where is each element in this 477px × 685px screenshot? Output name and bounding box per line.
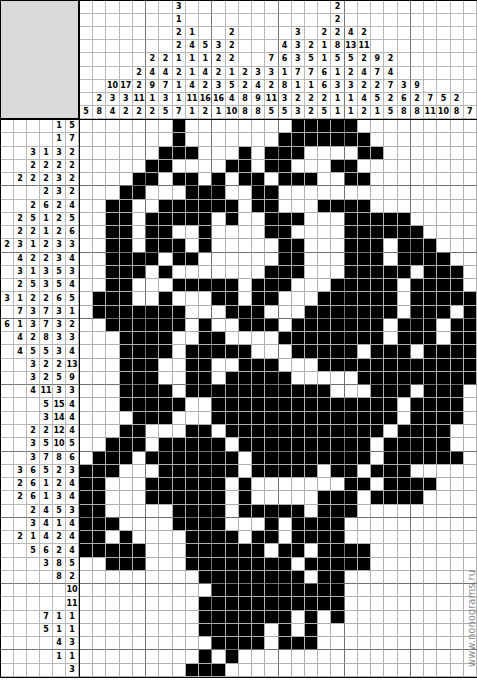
filled-cell[interactable]	[424, 253, 437, 266]
empty-cell[interactable]	[411, 518, 424, 531]
filled-cell[interactable]	[212, 624, 225, 637]
filled-cell[interactable]	[212, 465, 225, 478]
filled-cell[interactable]	[318, 133, 331, 146]
filled-cell[interactable]	[318, 597, 331, 610]
filled-cell[interactable]	[318, 345, 331, 358]
filled-cell[interactable]	[279, 624, 292, 637]
filled-cell[interactable]	[199, 239, 212, 252]
filled-cell[interactable]	[159, 213, 172, 226]
empty-cell[interactable]	[451, 478, 464, 491]
filled-cell[interactable]	[292, 584, 305, 597]
filled-cell[interactable]	[239, 558, 252, 571]
empty-cell[interactable]	[384, 160, 397, 173]
filled-cell[interactable]	[331, 491, 344, 504]
filled-cell[interactable]	[331, 597, 344, 610]
empty-cell[interactable]	[239, 133, 252, 146]
empty-cell[interactable]	[318, 266, 331, 279]
filled-cell[interactable]	[292, 412, 305, 425]
empty-cell[interactable]	[424, 160, 437, 173]
filled-cell[interactable]	[345, 160, 358, 173]
filled-cell[interactable]	[345, 279, 358, 292]
filled-cell[interactable]	[252, 425, 265, 438]
empty-cell[interactable]	[93, 226, 106, 239]
empty-cell[interactable]	[93, 147, 106, 160]
filled-cell[interactable]	[186, 372, 199, 385]
empty-cell[interactable]	[106, 120, 119, 133]
empty-cell[interactable]	[80, 173, 93, 186]
filled-cell[interactable]	[424, 266, 437, 279]
filled-cell[interactable]	[345, 452, 358, 465]
filled-cell[interactable]	[265, 558, 278, 571]
empty-cell[interactable]	[106, 664, 119, 677]
filled-cell[interactable]	[106, 319, 119, 332]
filled-cell[interactable]	[199, 226, 212, 239]
filled-cell[interactable]	[146, 359, 159, 372]
filled-cell[interactable]	[120, 398, 133, 411]
filled-cell[interactable]	[173, 306, 186, 319]
empty-cell[interactable]	[133, 133, 146, 146]
filled-cell[interactable]	[318, 518, 331, 531]
filled-cell[interactable]	[252, 398, 265, 411]
empty-cell[interactable]	[437, 120, 450, 133]
empty-cell[interactable]	[212, 372, 225, 385]
filled-cell[interactable]	[358, 319, 371, 332]
filled-cell[interactable]	[173, 173, 186, 186]
filled-cell[interactable]	[265, 186, 278, 199]
empty-cell[interactable]	[106, 425, 119, 438]
empty-cell[interactable]	[159, 531, 172, 544]
filled-cell[interactable]	[265, 292, 278, 305]
empty-cell[interactable]	[292, 372, 305, 385]
filled-cell[interactable]	[199, 372, 212, 385]
filled-cell[interactable]	[279, 584, 292, 597]
empty-cell[interactable]	[239, 239, 252, 252]
empty-cell[interactable]	[305, 372, 318, 385]
empty-cell[interactable]	[226, 186, 239, 199]
empty-cell[interactable]	[398, 200, 411, 213]
empty-cell[interactable]	[146, 518, 159, 531]
empty-cell[interactable]	[358, 584, 371, 597]
filled-cell[interactable]	[371, 425, 384, 438]
empty-cell[interactable]	[451, 544, 464, 557]
empty-cell[interactable]	[292, 292, 305, 305]
filled-cell[interactable]	[451, 319, 464, 332]
filled-cell[interactable]	[464, 372, 477, 385]
empty-cell[interactable]	[159, 505, 172, 518]
empty-cell[interactable]	[292, 624, 305, 637]
empty-cell[interactable]	[252, 491, 265, 504]
filled-cell[interactable]	[411, 438, 424, 451]
filled-cell[interactable]	[398, 465, 411, 478]
empty-cell[interactable]	[398, 531, 411, 544]
empty-cell[interactable]	[398, 518, 411, 531]
empty-cell[interactable]	[239, 332, 252, 345]
empty-cell[interactable]	[133, 239, 146, 252]
empty-cell[interactable]	[279, 306, 292, 319]
empty-cell[interactable]	[398, 664, 411, 677]
filled-cell[interactable]	[292, 120, 305, 133]
empty-cell[interactable]	[371, 558, 384, 571]
filled-cell[interactable]	[451, 452, 464, 465]
filled-cell[interactable]	[159, 345, 172, 358]
empty-cell[interactable]	[305, 266, 318, 279]
empty-cell[interactable]	[80, 571, 93, 584]
empty-cell[interactable]	[106, 637, 119, 650]
filled-cell[interactable]	[265, 452, 278, 465]
empty-cell[interactable]	[186, 571, 199, 584]
filled-cell[interactable]	[199, 478, 212, 491]
empty-cell[interactable]	[133, 147, 146, 160]
empty-cell[interactable]	[331, 239, 344, 252]
filled-cell[interactable]	[252, 319, 265, 332]
filled-cell[interactable]	[331, 398, 344, 411]
empty-cell[interactable]	[239, 531, 252, 544]
filled-cell[interactable]	[146, 253, 159, 266]
empty-cell[interactable]	[93, 133, 106, 146]
empty-cell[interactable]	[292, 650, 305, 663]
empty-cell[interactable]	[133, 452, 146, 465]
empty-cell[interactable]	[331, 372, 344, 385]
empty-cell[interactable]	[252, 147, 265, 160]
empty-cell[interactable]	[106, 531, 119, 544]
filled-cell[interactable]	[265, 597, 278, 610]
empty-cell[interactable]	[411, 531, 424, 544]
filled-cell[interactable]	[345, 239, 358, 252]
nonogram-board[interactable]	[79, 119, 477, 678]
empty-cell[interactable]	[318, 465, 331, 478]
empty-cell[interactable]	[384, 597, 397, 610]
filled-cell[interactable]	[345, 505, 358, 518]
filled-cell[interactable]	[226, 465, 239, 478]
empty-cell[interactable]	[120, 120, 133, 133]
empty-cell[interactable]	[398, 412, 411, 425]
empty-cell[interactable]	[371, 518, 384, 531]
filled-cell[interactable]	[186, 359, 199, 372]
empty-cell[interactable]	[173, 584, 186, 597]
filled-cell[interactable]	[226, 160, 239, 173]
empty-cell[interactable]	[159, 650, 172, 663]
empty-cell[interactable]	[451, 160, 464, 173]
empty-cell[interactable]	[186, 292, 199, 305]
empty-cell[interactable]	[464, 465, 477, 478]
empty-cell[interactable]	[159, 359, 172, 372]
filled-cell[interactable]	[212, 279, 225, 292]
empty-cell[interactable]	[292, 478, 305, 491]
filled-cell[interactable]	[120, 319, 133, 332]
filled-cell[interactable]	[239, 438, 252, 451]
filled-cell[interactable]	[133, 544, 146, 557]
filled-cell[interactable]	[199, 624, 212, 637]
filled-cell[interactable]	[252, 452, 265, 465]
empty-cell[interactable]	[226, 518, 239, 531]
filled-cell[interactable]	[252, 200, 265, 213]
empty-cell[interactable]	[292, 279, 305, 292]
empty-cell[interactable]	[411, 558, 424, 571]
empty-cell[interactable]	[424, 584, 437, 597]
empty-cell[interactable]	[212, 306, 225, 319]
empty-cell[interactable]	[424, 650, 437, 663]
empty-cell[interactable]	[80, 637, 93, 650]
empty-cell[interactable]	[146, 597, 159, 610]
filled-cell[interactable]	[252, 465, 265, 478]
filled-cell[interactable]	[265, 372, 278, 385]
filled-cell[interactable]	[331, 306, 344, 319]
filled-cell[interactable]	[159, 319, 172, 332]
empty-cell[interactable]	[331, 637, 344, 650]
empty-cell[interactable]	[252, 160, 265, 173]
empty-cell[interactable]	[146, 438, 159, 451]
empty-cell[interactable]	[437, 650, 450, 663]
empty-cell[interactable]	[226, 120, 239, 133]
empty-cell[interactable]	[305, 571, 318, 584]
filled-cell[interactable]	[212, 611, 225, 624]
filled-cell[interactable]	[159, 306, 172, 319]
filled-cell[interactable]	[398, 359, 411, 372]
filled-cell[interactable]	[371, 226, 384, 239]
empty-cell[interactable]	[464, 200, 477, 213]
filled-cell[interactable]	[252, 412, 265, 425]
empty-cell[interactable]	[437, 160, 450, 173]
filled-cell[interactable]	[173, 200, 186, 213]
filled-cell[interactable]	[239, 160, 252, 173]
empty-cell[interactable]	[371, 120, 384, 133]
empty-cell[interactable]	[252, 332, 265, 345]
filled-cell[interactable]	[331, 571, 344, 584]
filled-cell[interactable]	[212, 398, 225, 411]
filled-cell[interactable]	[331, 332, 344, 345]
filled-cell[interactable]	[424, 306, 437, 319]
empty-cell[interactable]	[80, 438, 93, 451]
empty-cell[interactable]	[464, 491, 477, 504]
filled-cell[interactable]	[199, 465, 212, 478]
empty-cell[interactable]	[358, 531, 371, 544]
filled-cell[interactable]	[371, 292, 384, 305]
empty-cell[interactable]	[411, 266, 424, 279]
filled-cell[interactable]	[279, 438, 292, 451]
filled-cell[interactable]	[226, 584, 239, 597]
filled-cell[interactable]	[331, 518, 344, 531]
filled-cell[interactable]	[279, 385, 292, 398]
empty-cell[interactable]	[93, 266, 106, 279]
filled-cell[interactable]	[252, 531, 265, 544]
filled-cell[interactable]	[345, 226, 358, 239]
empty-cell[interactable]	[384, 133, 397, 146]
filled-cell[interactable]	[411, 398, 424, 411]
empty-cell[interactable]	[146, 279, 159, 292]
empty-cell[interactable]	[318, 173, 331, 186]
empty-cell[interactable]	[398, 160, 411, 173]
filled-cell[interactable]	[212, 531, 225, 544]
filled-cell[interactable]	[411, 478, 424, 491]
filled-cell[interactable]	[226, 624, 239, 637]
empty-cell[interactable]	[451, 173, 464, 186]
empty-cell[interactable]	[292, 491, 305, 504]
filled-cell[interactable]	[120, 544, 133, 557]
empty-cell[interactable]	[358, 465, 371, 478]
empty-cell[interactable]	[146, 571, 159, 584]
filled-cell[interactable]	[106, 306, 119, 319]
filled-cell[interactable]	[226, 571, 239, 584]
empty-cell[interactable]	[120, 664, 133, 677]
empty-cell[interactable]	[93, 664, 106, 677]
filled-cell[interactable]	[318, 412, 331, 425]
filled-cell[interactable]	[133, 438, 146, 451]
empty-cell[interactable]	[93, 385, 106, 398]
empty-cell[interactable]	[226, 332, 239, 345]
empty-cell[interactable]	[186, 332, 199, 345]
empty-cell[interactable]	[398, 611, 411, 624]
empty-cell[interactable]	[120, 584, 133, 597]
empty-cell[interactable]	[411, 544, 424, 557]
filled-cell[interactable]	[199, 332, 212, 345]
empty-cell[interactable]	[120, 571, 133, 584]
filled-cell[interactable]	[331, 120, 344, 133]
filled-cell[interactable]	[120, 452, 133, 465]
empty-cell[interactable]	[120, 505, 133, 518]
empty-cell[interactable]	[411, 650, 424, 663]
empty-cell[interactable]	[252, 345, 265, 358]
filled-cell[interactable]	[93, 505, 106, 518]
empty-cell[interactable]	[318, 637, 331, 650]
empty-cell[interactable]	[265, 173, 278, 186]
empty-cell[interactable]	[424, 531, 437, 544]
filled-cell[interactable]	[120, 372, 133, 385]
filled-cell[interactable]	[384, 213, 397, 226]
filled-cell[interactable]	[133, 253, 146, 266]
empty-cell[interactable]	[345, 372, 358, 385]
empty-cell[interactable]	[173, 425, 186, 438]
filled-cell[interactable]	[133, 359, 146, 372]
filled-cell[interactable]	[93, 544, 106, 557]
filled-cell[interactable]	[146, 226, 159, 239]
empty-cell[interactable]	[80, 120, 93, 133]
empty-cell[interactable]	[464, 518, 477, 531]
empty-cell[interactable]	[186, 226, 199, 239]
empty-cell[interactable]	[398, 186, 411, 199]
empty-cell[interactable]	[305, 200, 318, 213]
empty-cell[interactable]	[398, 398, 411, 411]
empty-cell[interactable]	[371, 584, 384, 597]
filled-cell[interactable]	[464, 359, 477, 372]
empty-cell[interactable]	[146, 558, 159, 571]
empty-cell[interactable]	[318, 160, 331, 173]
filled-cell[interactable]	[106, 465, 119, 478]
empty-cell[interactable]	[451, 438, 464, 451]
filled-cell[interactable]	[279, 425, 292, 438]
filled-cell[interactable]	[239, 544, 252, 557]
empty-cell[interactable]	[384, 637, 397, 650]
empty-cell[interactable]	[93, 253, 106, 266]
empty-cell[interactable]	[186, 650, 199, 663]
empty-cell[interactable]	[239, 518, 252, 531]
filled-cell[interactable]	[133, 345, 146, 358]
filled-cell[interactable]	[345, 319, 358, 332]
empty-cell[interactable]	[384, 253, 397, 266]
empty-cell[interactable]	[226, 359, 239, 372]
empty-cell[interactable]	[93, 650, 106, 663]
filled-cell[interactable]	[331, 558, 344, 571]
filled-cell[interactable]	[345, 345, 358, 358]
filled-cell[interactable]	[239, 385, 252, 398]
empty-cell[interactable]	[437, 200, 450, 213]
filled-cell[interactable]	[133, 266, 146, 279]
empty-cell[interactable]	[186, 637, 199, 650]
empty-cell[interactable]	[451, 465, 464, 478]
empty-cell[interactable]	[384, 147, 397, 160]
empty-cell[interactable]	[226, 664, 239, 677]
filled-cell[interactable]	[437, 253, 450, 266]
filled-cell[interactable]	[120, 438, 133, 451]
empty-cell[interactable]	[80, 558, 93, 571]
empty-cell[interactable]	[437, 531, 450, 544]
filled-cell[interactable]	[279, 637, 292, 650]
empty-cell[interactable]	[80, 306, 93, 319]
empty-cell[interactable]	[133, 584, 146, 597]
filled-cell[interactable]	[358, 544, 371, 557]
filled-cell[interactable]	[120, 425, 133, 438]
empty-cell[interactable]	[173, 332, 186, 345]
empty-cell[interactable]	[159, 571, 172, 584]
empty-cell[interactable]	[279, 120, 292, 133]
filled-cell[interactable]	[133, 385, 146, 398]
filled-cell[interactable]	[106, 239, 119, 252]
filled-cell[interactable]	[345, 438, 358, 451]
filled-cell[interactable]	[239, 306, 252, 319]
filled-cell[interactable]	[239, 173, 252, 186]
filled-cell[interactable]	[239, 584, 252, 597]
filled-cell[interactable]	[345, 491, 358, 504]
empty-cell[interactable]	[358, 518, 371, 531]
filled-cell[interactable]	[226, 611, 239, 624]
filled-cell[interactable]	[120, 213, 133, 226]
filled-cell[interactable]	[252, 571, 265, 584]
filled-cell[interactable]	[292, 531, 305, 544]
empty-cell[interactable]	[93, 186, 106, 199]
filled-cell[interactable]	[279, 544, 292, 557]
filled-cell[interactable]	[252, 438, 265, 451]
filled-cell[interactable]	[133, 412, 146, 425]
empty-cell[interactable]	[106, 345, 119, 358]
empty-cell[interactable]	[133, 571, 146, 584]
empty-cell[interactable]	[173, 372, 186, 385]
empty-cell[interactable]	[226, 226, 239, 239]
filled-cell[interactable]	[384, 372, 397, 385]
empty-cell[interactable]	[93, 319, 106, 332]
empty-cell[interactable]	[305, 664, 318, 677]
filled-cell[interactable]	[398, 478, 411, 491]
empty-cell[interactable]	[80, 650, 93, 663]
filled-cell[interactable]	[279, 465, 292, 478]
empty-cell[interactable]	[384, 518, 397, 531]
empty-cell[interactable]	[133, 531, 146, 544]
filled-cell[interactable]	[252, 306, 265, 319]
filled-cell[interactable]	[265, 398, 278, 411]
empty-cell[interactable]	[93, 160, 106, 173]
filled-cell[interactable]	[173, 438, 186, 451]
filled-cell[interactable]	[358, 292, 371, 305]
filled-cell[interactable]	[252, 186, 265, 199]
filled-cell[interactable]	[371, 412, 384, 425]
empty-cell[interactable]	[133, 120, 146, 133]
empty-cell[interactable]	[424, 491, 437, 504]
empty-cell[interactable]	[411, 147, 424, 160]
filled-cell[interactable]	[371, 306, 384, 319]
empty-cell[interactable]	[424, 624, 437, 637]
empty-cell[interactable]	[464, 133, 477, 146]
empty-cell[interactable]	[424, 173, 437, 186]
filled-cell[interactable]	[265, 266, 278, 279]
empty-cell[interactable]	[384, 239, 397, 252]
